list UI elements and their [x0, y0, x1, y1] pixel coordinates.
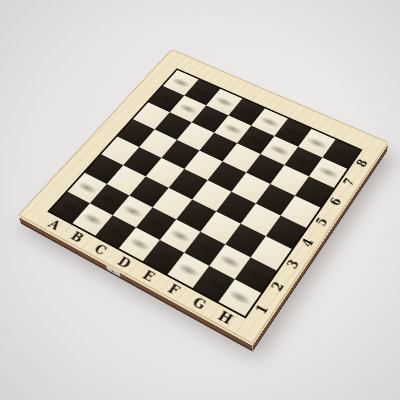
king-finial-icon: [155, 179, 162, 193]
pawn-glyph: ♟: [242, 101, 268, 142]
rook-glyph: ♜: [219, 242, 256, 301]
pawn-glyph: ♟: [314, 133, 341, 175]
photo-background: ABCDEFGH 87654321 ♜♞♝♛♚♝♞♜♟♟♟♟♟♟♟♟♟♟♟♟♟♟…: [0, 0, 400, 400]
rank-label-2: 2: [270, 280, 286, 293]
rank-label-6: 6: [329, 196, 344, 207]
file-label-a: A: [47, 217, 63, 231]
rank-label-1: 1: [254, 303, 270, 316]
file-label-e: E: [141, 268, 158, 283]
chess-board: ABCDEFGH 87654321 ♜♞♝♛♚♝♞♜♟♟♟♟♟♟♟♟♟♟♟♟♟♟…: [18, 49, 388, 344]
rank-label-3: 3: [286, 258, 302, 270]
file-label-f: F: [166, 282, 182, 297]
pawn-glyph: ♟: [265, 112, 291, 153]
rank-label-5: 5: [315, 216, 330, 227]
pawn-glyph: ♟: [289, 122, 315, 164]
rank-label-7: 7: [342, 177, 357, 188]
king-finial-icon: [262, 52, 268, 65]
rank-label-8: 8: [355, 158, 370, 168]
board-face: ABCDEFGH 87654321 ♜♞♝♛♚♝♞♜♟♟♟♟♟♟♟♟♟♟♟♟♟♟…: [18, 49, 388, 344]
rank-label-4: 4: [300, 237, 316, 249]
